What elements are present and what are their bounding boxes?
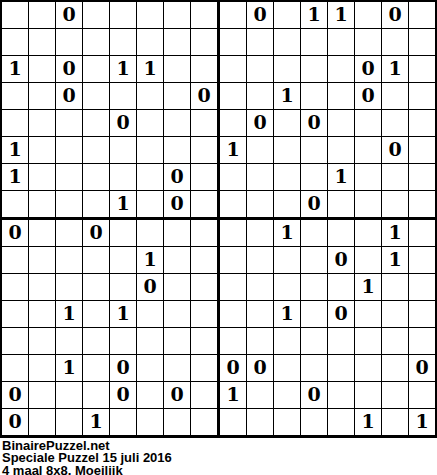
cell-r5c9[interactable]	[220, 110, 247, 137]
cell-r1c10: 0	[247, 2, 274, 29]
cell-r1c16[interactable]	[409, 2, 435, 29]
cell-r12c14[interactable]	[355, 301, 382, 328]
cell-r11c16[interactable]	[409, 274, 435, 301]
cell-r13c1[interactable]	[2, 328, 29, 355]
cell-r4c12[interactable]	[301, 83, 328, 110]
given-digit: 1	[8, 140, 21, 159]
cell-r13c11[interactable]	[274, 328, 301, 355]
cell-r10c16[interactable]	[409, 247, 435, 274]
cell-r5c5: 0	[110, 110, 137, 137]
given-digit: 0	[388, 5, 401, 24]
cell-r16c10[interactable]	[247, 409, 274, 435]
cell-r1c12: 1	[301, 2, 328, 29]
cell-r12c15[interactable]	[382, 301, 409, 328]
cell-r2c6[interactable]	[137, 29, 164, 56]
cell-r8c11[interactable]	[274, 191, 301, 220]
cell-r7c12[interactable]	[301, 164, 328, 191]
cell-r4c5[interactable]	[110, 83, 137, 110]
cell-r4c11: 1	[274, 83, 301, 110]
cell-r14c6[interactable]	[137, 355, 164, 382]
cell-r4c13[interactable]	[328, 83, 355, 110]
given-digit: 1	[116, 194, 129, 213]
cell-r11c3[interactable]	[56, 274, 83, 301]
cell-r9c1: 0	[2, 220, 29, 247]
cell-r4c1[interactable]	[2, 83, 29, 110]
cell-r13c10[interactable]	[247, 328, 274, 355]
cell-r14c13[interactable]	[328, 355, 355, 382]
cell-r7c11[interactable]	[274, 164, 301, 191]
cell-r11c6: 0	[137, 274, 164, 301]
cell-r6c4[interactable]	[83, 137, 110, 164]
cell-r1c4[interactable]	[83, 2, 110, 29]
cell-r9c9[interactable]	[220, 220, 247, 247]
cell-r9c3[interactable]	[56, 220, 83, 247]
given-digit: 0	[253, 113, 266, 132]
cell-r11c14: 1	[355, 274, 382, 301]
cell-r13c15[interactable]	[382, 328, 409, 355]
cell-r8c10[interactable]	[247, 191, 274, 220]
cell-r7c2[interactable]	[29, 164, 56, 191]
given-digit: 1	[388, 250, 401, 269]
cell-r12c11: 1	[274, 301, 301, 328]
given-digit: 1	[280, 86, 293, 105]
cell-r16c13[interactable]	[328, 409, 355, 435]
cell-r2c2[interactable]	[29, 29, 56, 56]
puzzle-spec: 4 maal 8x8, Moeilijk	[2, 465, 437, 475]
cell-r2c16[interactable]	[409, 29, 435, 56]
cell-r10c2[interactable]	[29, 247, 56, 274]
cell-r11c2[interactable]	[29, 274, 56, 301]
cell-r4c3: 0	[56, 83, 83, 110]
cell-r6c16[interactable]	[409, 137, 435, 164]
cell-r3c15: 1	[382, 56, 409, 83]
cell-r10c14[interactable]	[355, 247, 382, 274]
cell-r13c4[interactable]	[83, 328, 110, 355]
given-digit: 1	[280, 304, 293, 323]
binary-puzzle-board: 0011010110100100001101011000011101011110…	[0, 0, 437, 438]
given-digit: 1	[62, 304, 75, 323]
cell-r15c7: 0	[164, 382, 191, 409]
cell-r8c5: 1	[110, 191, 137, 220]
cell-r10c4[interactable]	[83, 247, 110, 274]
cell-r10c12[interactable]	[301, 247, 328, 274]
cell-r9c4: 0	[83, 220, 110, 247]
cell-r5c11[interactable]	[274, 110, 301, 137]
given-digit: 0	[361, 86, 374, 105]
given-digit: 0	[253, 5, 266, 24]
cell-r8c12: 0	[301, 191, 328, 220]
cell-r16c11[interactable]	[274, 409, 301, 435]
cell-r4c2[interactable]	[29, 83, 56, 110]
cell-r6c7[interactable]	[164, 137, 191, 164]
cell-r11c11[interactable]	[274, 274, 301, 301]
cell-r8c14[interactable]	[355, 191, 382, 220]
cell-r4c7[interactable]	[164, 83, 191, 110]
cell-r5c16[interactable]	[409, 110, 435, 137]
cell-r15c13[interactable]	[328, 382, 355, 409]
cell-r16c6[interactable]	[137, 409, 164, 435]
cell-r5c4[interactable]	[83, 110, 110, 137]
cell-r3c9[interactable]	[220, 56, 247, 83]
cell-r4c4[interactable]	[83, 83, 110, 110]
cell-r13c8[interactable]	[191, 328, 220, 355]
cell-r12c1[interactable]	[2, 301, 29, 328]
cell-r13c14[interactable]	[355, 328, 382, 355]
given-digit: 0	[8, 385, 21, 404]
cell-r15c15[interactable]	[382, 382, 409, 409]
cell-r7c14[interactable]	[355, 164, 382, 191]
cell-r16c3[interactable]	[56, 409, 83, 435]
given-digit: 1	[116, 59, 129, 78]
cell-r3c6: 1	[137, 56, 164, 83]
cell-r5c8[interactable]	[191, 110, 220, 137]
cell-r5c3[interactable]	[56, 110, 83, 137]
cell-r10c1[interactable]	[2, 247, 29, 274]
footer: BinairePuzzel.net Speciale Puzzel 15 jul…	[0, 438, 437, 475]
cell-r2c12[interactable]	[301, 29, 328, 56]
cell-r7c15[interactable]	[382, 164, 409, 191]
cell-r2c5[interactable]	[110, 29, 137, 56]
cell-r12c6[interactable]	[137, 301, 164, 328]
cell-r6c13[interactable]	[328, 137, 355, 164]
cell-r11c13[interactable]	[328, 274, 355, 301]
cell-r8c2[interactable]	[29, 191, 56, 220]
given-digit: 0	[116, 358, 129, 377]
cell-r14c5: 0	[110, 355, 137, 382]
cell-r14c2[interactable]	[29, 355, 56, 382]
cell-r9c5[interactable]	[110, 220, 137, 247]
cell-r12c4[interactable]	[83, 301, 110, 328]
cell-r14c16: 0	[409, 355, 435, 382]
cell-r1c9[interactable]	[220, 2, 247, 29]
cell-r2c8[interactable]	[191, 29, 220, 56]
cell-r8c6[interactable]	[137, 191, 164, 220]
given-digit: 1	[62, 358, 75, 377]
cell-r12c7[interactable]	[164, 301, 191, 328]
cell-r9c14[interactable]	[355, 220, 382, 247]
cell-r3c4[interactable]	[83, 56, 110, 83]
cell-r15c5: 0	[110, 382, 137, 409]
cell-r14c15[interactable]	[382, 355, 409, 382]
cell-r13c13[interactable]	[328, 328, 355, 355]
cell-r3c11[interactable]	[274, 56, 301, 83]
cell-r3c3: 0	[56, 56, 83, 83]
cell-r1c2[interactable]	[29, 2, 56, 29]
given-digit: 1	[334, 167, 347, 186]
cell-r13c2[interactable]	[29, 328, 56, 355]
cell-r13c3[interactable]	[56, 328, 83, 355]
given-digit: 0	[8, 223, 21, 242]
cell-r8c4[interactable]	[83, 191, 110, 220]
cell-r6c6[interactable]	[137, 137, 164, 164]
cell-r6c10[interactable]	[247, 137, 274, 164]
cell-r15c4[interactable]	[83, 382, 110, 409]
cell-r7c4[interactable]	[83, 164, 110, 191]
given-digit: 0	[170, 194, 183, 213]
given-digit: 0	[307, 194, 320, 213]
cell-r14c14[interactable]	[355, 355, 382, 382]
cell-r15c10[interactable]	[247, 382, 274, 409]
cell-r7c5[interactable]	[110, 164, 137, 191]
given-digit: 0	[226, 358, 239, 377]
cell-r10c15: 1	[382, 247, 409, 274]
given-digit: 1	[143, 250, 156, 269]
cell-r6c11[interactable]	[274, 137, 301, 164]
cell-r6c5[interactable]	[110, 137, 137, 164]
given-digit: 0	[307, 113, 320, 132]
cell-r3c2[interactable]	[29, 56, 56, 83]
cell-r15c2[interactable]	[29, 382, 56, 409]
cell-r3c8[interactable]	[191, 56, 220, 83]
cell-r14c8[interactable]	[191, 355, 220, 382]
cell-r11c7[interactable]	[164, 274, 191, 301]
cell-r14c4[interactable]	[83, 355, 110, 382]
given-digit: 0	[170, 167, 183, 186]
cell-r16c8[interactable]	[191, 409, 220, 435]
cell-r5c2[interactable]	[29, 110, 56, 137]
cell-r8c1[interactable]	[2, 191, 29, 220]
cell-r15c3[interactable]	[56, 382, 83, 409]
cell-r9c13[interactable]	[328, 220, 355, 247]
given-digit: 1	[116, 304, 129, 323]
cell-r2c7[interactable]	[164, 29, 191, 56]
given-digit: 0	[253, 358, 266, 377]
cell-r4c8: 0	[191, 83, 220, 110]
cell-r13c16[interactable]	[409, 328, 435, 355]
puzzle-page: 0011010110100100001101011000011101011110…	[0, 0, 437, 475]
cell-r5c6[interactable]	[137, 110, 164, 137]
cell-r2c15[interactable]	[382, 29, 409, 56]
cell-r13c12[interactable]	[301, 328, 328, 355]
cell-r9c12[interactable]	[301, 220, 328, 247]
cell-r16c15[interactable]	[382, 409, 409, 435]
cell-r14c7[interactable]	[164, 355, 191, 382]
cell-r5c10: 0	[247, 110, 274, 137]
cell-r12c10[interactable]	[247, 301, 274, 328]
cell-r8c15[interactable]	[382, 191, 409, 220]
given-digit: 0	[116, 385, 129, 404]
given-digit: 1	[388, 223, 401, 242]
cell-r10c9[interactable]	[220, 247, 247, 274]
cell-r16c4: 1	[83, 409, 110, 435]
cell-r14c11[interactable]	[274, 355, 301, 382]
cell-r7c6[interactable]	[137, 164, 164, 191]
cell-r9c16[interactable]	[409, 220, 435, 247]
cell-r12c2[interactable]	[29, 301, 56, 328]
cell-r7c9[interactable]	[220, 164, 247, 191]
cell-r11c4[interactable]	[83, 274, 110, 301]
cell-r8c9[interactable]	[220, 191, 247, 220]
cell-r12c16[interactable]	[409, 301, 435, 328]
given-digit: 1	[8, 167, 21, 186]
cell-r14c12[interactable]	[301, 355, 328, 382]
cell-r16c2[interactable]	[29, 409, 56, 435]
cell-r9c7[interactable]	[164, 220, 191, 247]
cell-r11c12[interactable]	[301, 274, 328, 301]
cell-r14c1[interactable]	[2, 355, 29, 382]
given-digit: 0	[415, 358, 428, 377]
cell-r16c12[interactable]	[301, 409, 328, 435]
cell-r4c10[interactable]	[247, 83, 274, 110]
cell-r2c3[interactable]	[56, 29, 83, 56]
cell-r4c9[interactable]	[220, 83, 247, 110]
cell-r10c5[interactable]	[110, 247, 137, 274]
cell-r1c11[interactable]	[274, 2, 301, 29]
cell-r9c10[interactable]	[247, 220, 274, 247]
cell-r3c16[interactable]	[409, 56, 435, 83]
cell-r12c3: 1	[56, 301, 83, 328]
cell-r10c10[interactable]	[247, 247, 274, 274]
cell-r3c10[interactable]	[247, 56, 274, 83]
cell-r2c1[interactable]	[2, 29, 29, 56]
cell-r6c2[interactable]	[29, 137, 56, 164]
cell-r7c1: 1	[2, 164, 29, 191]
cell-r1c13: 1	[328, 2, 355, 29]
cell-r5c14[interactable]	[355, 110, 382, 137]
cell-r9c8[interactable]	[191, 220, 220, 247]
cell-r11c9[interactable]	[220, 274, 247, 301]
cell-r15c11[interactable]	[274, 382, 301, 409]
cell-r4c16[interactable]	[409, 83, 435, 110]
given-digit: 1	[226, 140, 239, 159]
cell-r13c6[interactable]	[137, 328, 164, 355]
cell-r6c9: 1	[220, 137, 247, 164]
cell-r16c5[interactable]	[110, 409, 137, 435]
cell-r10c11[interactable]	[274, 247, 301, 274]
cell-r11c1[interactable]	[2, 274, 29, 301]
cell-r14c9: 0	[220, 355, 247, 382]
cell-r3c7[interactable]	[164, 56, 191, 83]
cell-r8c16[interactable]	[409, 191, 435, 220]
given-digit: 0	[197, 86, 210, 105]
cell-r12c8[interactable]	[191, 301, 220, 328]
cell-r9c2[interactable]	[29, 220, 56, 247]
cell-r16c7[interactable]	[164, 409, 191, 435]
cell-r5c7[interactable]	[164, 110, 191, 137]
cell-r6c1: 1	[2, 137, 29, 164]
given-digit: 1	[361, 277, 374, 296]
cell-r2c9[interactable]	[220, 29, 247, 56]
given-digit: 1	[280, 223, 293, 242]
cell-r9c11: 1	[274, 220, 301, 247]
given-digit: 0	[388, 140, 401, 159]
cell-r7c3[interactable]	[56, 164, 83, 191]
cell-r5c13[interactable]	[328, 110, 355, 137]
given-digit: 1	[361, 412, 374, 431]
cell-r6c12[interactable]	[301, 137, 328, 164]
cell-r2c4[interactable]	[83, 29, 110, 56]
given-digit: 0	[8, 412, 21, 431]
cell-r13c5[interactable]	[110, 328, 137, 355]
cell-r8c13[interactable]	[328, 191, 355, 220]
cell-r7c10[interactable]	[247, 164, 274, 191]
cell-r8c3[interactable]	[56, 191, 83, 220]
given-digit: 0	[62, 5, 75, 24]
cell-r3c13[interactable]	[328, 56, 355, 83]
given-digit: 0	[170, 385, 183, 404]
cell-r9c6[interactable]	[137, 220, 164, 247]
cell-r7c13: 1	[328, 164, 355, 191]
cell-r2c13[interactable]	[328, 29, 355, 56]
cell-r3c14: 0	[355, 56, 382, 83]
given-digit: 0	[89, 223, 102, 242]
cell-r13c9[interactable]	[220, 328, 247, 355]
cell-r12c12[interactable]	[301, 301, 328, 328]
cell-r1c1[interactable]	[2, 2, 29, 29]
cell-r15c9: 1	[220, 382, 247, 409]
given-digit: 1	[415, 412, 428, 431]
cell-r13c7[interactable]	[164, 328, 191, 355]
given-digit: 1	[388, 59, 401, 78]
cell-r1c6[interactable]	[137, 2, 164, 29]
cell-r7c7: 0	[164, 164, 191, 191]
cell-r6c8[interactable]	[191, 137, 220, 164]
cell-r7c16[interactable]	[409, 164, 435, 191]
given-digit: 1	[8, 59, 21, 78]
cell-r10c13: 0	[328, 247, 355, 274]
cell-r12c9[interactable]	[220, 301, 247, 328]
cell-r8c8[interactable]	[191, 191, 220, 220]
cell-r11c5[interactable]	[110, 274, 137, 301]
given-digit: 1	[334, 5, 347, 24]
cell-r11c15[interactable]	[382, 274, 409, 301]
cell-r1c7[interactable]	[164, 2, 191, 29]
cell-r6c3[interactable]	[56, 137, 83, 164]
given-digit: 0	[307, 385, 320, 404]
cell-r12c13: 0	[328, 301, 355, 328]
cell-r2c14[interactable]	[355, 29, 382, 56]
cell-r1c8[interactable]	[191, 2, 220, 29]
cell-r1c5[interactable]	[110, 2, 137, 29]
cell-r16c14: 1	[355, 409, 382, 435]
cell-r15c6[interactable]	[137, 382, 164, 409]
cell-r10c6: 1	[137, 247, 164, 274]
cell-r15c8[interactable]	[191, 382, 220, 409]
cell-r11c8[interactable]	[191, 274, 220, 301]
cell-r4c15[interactable]	[382, 83, 409, 110]
cell-r6c15: 0	[382, 137, 409, 164]
cell-r6c14[interactable]	[355, 137, 382, 164]
cell-r2c10[interactable]	[247, 29, 274, 56]
cell-r4c6[interactable]	[137, 83, 164, 110]
cell-r2c11[interactable]	[274, 29, 301, 56]
cell-r15c1: 0	[2, 382, 29, 409]
cell-r10c3[interactable]	[56, 247, 83, 274]
cell-r14c3: 1	[56, 355, 83, 382]
given-digit: 0	[62, 59, 75, 78]
cell-r5c15[interactable]	[382, 110, 409, 137]
cell-r3c12[interactable]	[301, 56, 328, 83]
cell-r1c14[interactable]	[355, 2, 382, 29]
cell-r15c16[interactable]	[409, 382, 435, 409]
given-digit: 0	[334, 250, 347, 269]
cell-r10c8[interactable]	[191, 247, 220, 274]
cell-r15c14[interactable]	[355, 382, 382, 409]
cell-r7c8[interactable]	[191, 164, 220, 191]
cell-r14c10: 0	[247, 355, 274, 382]
cell-r10c7[interactable]	[164, 247, 191, 274]
cell-r9c15: 1	[382, 220, 409, 247]
cell-r5c1[interactable]	[2, 110, 29, 137]
cell-r1c15: 0	[382, 2, 409, 29]
given-digit: 1	[307, 5, 320, 24]
cell-r1c3: 0	[56, 2, 83, 29]
cell-r11c10[interactable]	[247, 274, 274, 301]
given-digit: 0	[334, 304, 347, 323]
cell-r16c16: 1	[409, 409, 435, 435]
cell-r16c9[interactable]	[220, 409, 247, 435]
given-digit: 0	[116, 113, 129, 132]
